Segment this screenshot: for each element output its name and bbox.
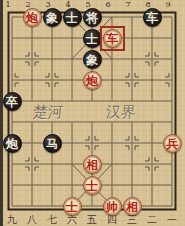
file-label-top-2: 2 xyxy=(21,0,35,10)
piece-black-chariot[interactable]: 车 xyxy=(143,8,162,27)
piece-black-general[interactable]: 将 xyxy=(83,8,102,27)
piece-black-elephant[interactable]: 象 xyxy=(83,50,102,69)
piece-black-elephant[interactable]: 象 xyxy=(43,8,62,27)
file-label-bottom-9: 一 xyxy=(164,214,180,226)
file-label-bottom-3: 七 xyxy=(44,214,60,226)
piece-black-advisor[interactable]: 士 xyxy=(63,8,82,27)
file-label-bottom-1: 九 xyxy=(4,214,20,226)
file-label-top-4: 4 xyxy=(61,0,75,10)
piece-red-elephant[interactable]: 相 xyxy=(83,155,102,174)
file-label-top-5: 5 xyxy=(81,0,95,10)
piece-black-soldier[interactable]: 卒 xyxy=(3,92,22,111)
file-label-top-8: 8 xyxy=(141,0,155,10)
piece-red-advisor[interactable]: 士 xyxy=(63,197,82,216)
file-label-bottom-4: 六 xyxy=(64,214,80,226)
river-label-left: 楚河 xyxy=(32,103,82,121)
file-label-bottom-6: 四 xyxy=(104,214,120,226)
river-label-right: 汉界 xyxy=(105,103,155,121)
piece-red-chariot[interactable]: 车 xyxy=(103,29,122,48)
piece-red-cannon[interactable]: 炮 xyxy=(83,71,102,90)
river-char: 楚河 xyxy=(32,103,64,121)
file-label-bottom-2: 八 xyxy=(24,214,40,226)
river-char: 汉界 xyxy=(105,103,137,121)
file-label-bottom-8: 二 xyxy=(144,214,160,226)
piece-red-soldier[interactable]: 兵 xyxy=(163,134,182,153)
xiangqi-game-screen: 楚河 汉界 炮象士将车士车象炮卒炮马兵相士士帅相 123456789九八七六五四… xyxy=(0,0,185,226)
file-label-top-6: 6 xyxy=(101,0,115,10)
file-label-top-1: 1 xyxy=(1,0,15,10)
piece-black-cannon[interactable]: 炮 xyxy=(3,134,22,153)
piece-red-advisor[interactable]: 士 xyxy=(83,176,102,195)
file-label-top-3: 3 xyxy=(41,0,55,10)
file-label-top-9: 9 xyxy=(161,0,175,10)
file-label-top-7: 7 xyxy=(121,0,135,10)
file-label-bottom-7: 三 xyxy=(124,214,140,226)
piece-red-general[interactable]: 帅 xyxy=(103,197,122,216)
piece-black-horse[interactable]: 马 xyxy=(43,134,62,153)
piece-red-elephant[interactable]: 相 xyxy=(123,197,142,216)
piece-red-cannon[interactable]: 炮 xyxy=(23,8,42,27)
file-label-bottom-5: 五 xyxy=(84,214,100,226)
